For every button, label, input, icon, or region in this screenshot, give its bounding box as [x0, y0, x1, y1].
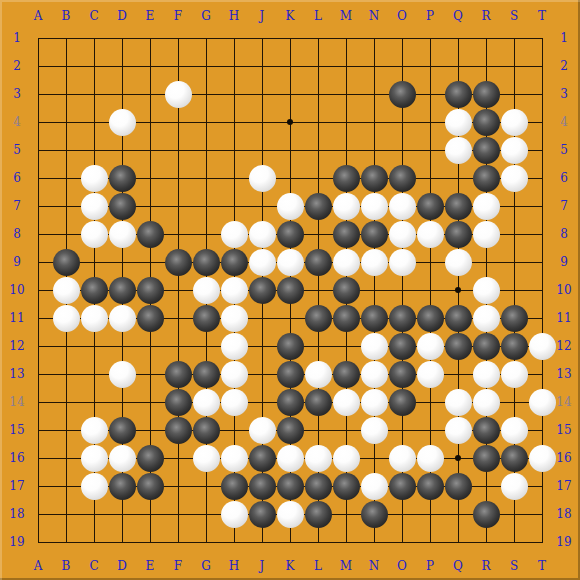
stone-S17[interactable]	[501, 473, 528, 500]
stone-P11[interactable]	[417, 305, 444, 332]
column-label-bottom-J: J	[250, 560, 274, 572]
column-label-bottom-N: N	[362, 560, 386, 572]
column-label-top-N: N	[362, 10, 386, 22]
stone-L9[interactable]	[305, 249, 332, 276]
stone-S6[interactable]	[501, 165, 528, 192]
stone-R3[interactable]	[473, 81, 500, 108]
column-label-top-M: M	[334, 10, 358, 22]
stone-N8[interactable]	[361, 221, 388, 248]
stone-C16[interactable]	[81, 445, 108, 472]
stone-Q8[interactable]	[445, 221, 472, 248]
row-label-left-7: 7	[5, 200, 29, 212]
stone-F14[interactable]	[165, 389, 192, 416]
stone-N7[interactable]	[361, 193, 388, 220]
stone-M10[interactable]	[333, 277, 360, 304]
stone-M11[interactable]	[333, 305, 360, 332]
stone-O11[interactable]	[389, 305, 416, 332]
stone-S15[interactable]	[501, 417, 528, 444]
column-label-top-F: F	[166, 10, 190, 22]
stone-O12[interactable]	[389, 333, 416, 360]
stone-C10[interactable]	[81, 277, 108, 304]
stone-O6[interactable]	[389, 165, 416, 192]
row-label-right-12: 12	[552, 340, 576, 352]
stone-G15[interactable]	[193, 417, 220, 444]
star-point	[287, 119, 293, 125]
stone-O13[interactable]	[389, 361, 416, 388]
row-label-left-19: 19	[5, 536, 29, 548]
stone-R13[interactable]	[473, 361, 500, 388]
stone-Q4[interactable]	[445, 109, 472, 136]
row-label-right-14: 14	[552, 396, 576, 408]
stone-M16[interactable]	[333, 445, 360, 472]
stone-N17[interactable]	[361, 473, 388, 500]
stone-G16[interactable]	[193, 445, 220, 472]
stone-N14[interactable]	[361, 389, 388, 416]
stone-R15[interactable]	[473, 417, 500, 444]
stone-O7[interactable]	[389, 193, 416, 220]
stone-K18[interactable]	[277, 501, 304, 528]
stone-O9[interactable]	[389, 249, 416, 276]
stone-Q12[interactable]	[445, 333, 472, 360]
stone-P17[interactable]	[417, 473, 444, 500]
row-label-right-17: 17	[552, 480, 576, 492]
stone-Q15[interactable]	[445, 417, 472, 444]
row-label-left-10: 10	[5, 284, 29, 296]
row-label-left-4: 4	[5, 116, 29, 128]
stone-T12[interactable]	[529, 333, 556, 360]
stone-B10[interactable]	[53, 277, 80, 304]
stone-R6[interactable]	[473, 165, 500, 192]
row-label-left-2: 2	[5, 60, 29, 72]
stone-H16[interactable]	[221, 445, 248, 472]
stone-P12[interactable]	[417, 333, 444, 360]
column-label-top-C: C	[82, 10, 106, 22]
stone-C11[interactable]	[81, 305, 108, 332]
stone-C17[interactable]	[81, 473, 108, 500]
stone-M9[interactable]	[333, 249, 360, 276]
row-label-right-1: 1	[552, 32, 576, 44]
stone-L11[interactable]	[305, 305, 332, 332]
column-label-bottom-D: D	[110, 560, 134, 572]
row-label-right-19: 19	[552, 536, 576, 548]
row-label-left-9: 9	[5, 256, 29, 268]
stone-K8[interactable]	[277, 221, 304, 248]
stone-R11[interactable]	[473, 305, 500, 332]
star-point	[455, 455, 461, 461]
column-label-bottom-T: T	[530, 560, 554, 572]
stone-H17[interactable]	[221, 473, 248, 500]
column-label-bottom-B: B	[54, 560, 78, 572]
stone-E11[interactable]	[137, 305, 164, 332]
stone-E10[interactable]	[137, 277, 164, 304]
stone-J9[interactable]	[249, 249, 276, 276]
stone-K10[interactable]	[277, 277, 304, 304]
row-label-left-12: 12	[5, 340, 29, 352]
stone-L7[interactable]	[305, 193, 332, 220]
row-label-left-1: 1	[5, 32, 29, 44]
stone-R5[interactable]	[473, 137, 500, 164]
stone-O8[interactable]	[389, 221, 416, 248]
row-label-right-9: 9	[552, 256, 576, 268]
stone-P8[interactable]	[417, 221, 444, 248]
stone-H18[interactable]	[221, 501, 248, 528]
stone-F3[interactable]	[165, 81, 192, 108]
stone-Q5[interactable]	[445, 137, 472, 164]
column-label-bottom-P: P	[418, 560, 442, 572]
stone-D4[interactable]	[109, 109, 136, 136]
stone-M14[interactable]	[333, 389, 360, 416]
stone-J15[interactable]	[249, 417, 276, 444]
row-label-left-5: 5	[5, 144, 29, 156]
stone-R7[interactable]	[473, 193, 500, 220]
stone-D11[interactable]	[109, 305, 136, 332]
stone-G13[interactable]	[193, 361, 220, 388]
stone-G9[interactable]	[193, 249, 220, 276]
column-label-bottom-G: G	[194, 560, 218, 572]
stone-L18[interactable]	[305, 501, 332, 528]
row-label-right-18: 18	[552, 508, 576, 520]
column-label-top-J: J	[250, 10, 274, 22]
row-label-left-3: 3	[5, 88, 29, 100]
stone-B11[interactable]	[53, 305, 80, 332]
stone-P16[interactable]	[417, 445, 444, 472]
row-label-right-15: 15	[552, 424, 576, 436]
stone-R8[interactable]	[473, 221, 500, 248]
row-label-left-14: 14	[5, 396, 29, 408]
column-label-bottom-M: M	[334, 560, 358, 572]
row-label-left-17: 17	[5, 480, 29, 492]
column-label-top-K: K	[278, 10, 302, 22]
stone-N13[interactable]	[361, 361, 388, 388]
row-label-right-10: 10	[552, 284, 576, 296]
column-label-top-R: R	[474, 10, 498, 22]
stone-S5[interactable]	[501, 137, 528, 164]
stone-Q9[interactable]	[445, 249, 472, 276]
stone-D7[interactable]	[109, 193, 136, 220]
column-label-top-O: O	[390, 10, 414, 22]
stone-E16[interactable]	[137, 445, 164, 472]
stone-J18[interactable]	[249, 501, 276, 528]
row-label-left-13: 13	[5, 368, 29, 380]
row-label-right-16: 16	[552, 452, 576, 464]
column-label-bottom-O: O	[390, 560, 414, 572]
column-label-bottom-L: L	[306, 560, 330, 572]
column-label-top-S: S	[502, 10, 526, 22]
stone-S4[interactable]	[501, 109, 528, 136]
column-label-bottom-Q: Q	[446, 560, 470, 572]
stone-K13[interactable]	[277, 361, 304, 388]
row-label-right-5: 5	[552, 144, 576, 156]
row-label-right-7: 7	[552, 200, 576, 212]
stone-K16[interactable]	[277, 445, 304, 472]
column-label-bottom-K: K	[278, 560, 302, 572]
stone-N12[interactable]	[361, 333, 388, 360]
column-label-top-H: H	[222, 10, 246, 22]
column-label-top-B: B	[54, 10, 78, 22]
stone-D16[interactable]	[109, 445, 136, 472]
row-label-left-18: 18	[5, 508, 29, 520]
stone-D17[interactable]	[109, 473, 136, 500]
column-label-bottom-F: F	[166, 560, 190, 572]
column-label-bottom-A: A	[26, 560, 50, 572]
stone-R16[interactable]	[473, 445, 500, 472]
stone-K7[interactable]	[277, 193, 304, 220]
stone-J10[interactable]	[249, 277, 276, 304]
stone-Q11[interactable]	[445, 305, 472, 332]
stone-L16[interactable]	[305, 445, 332, 472]
star-point	[455, 287, 461, 293]
stone-K9[interactable]	[277, 249, 304, 276]
stone-S16[interactable]	[501, 445, 528, 472]
stone-G11[interactable]	[193, 305, 220, 332]
stone-G10[interactable]	[193, 277, 220, 304]
stone-S13[interactable]	[501, 361, 528, 388]
stone-N6[interactable]	[361, 165, 388, 192]
row-label-right-3: 3	[552, 88, 576, 100]
grid-horizontal-line	[38, 542, 543, 543]
stone-M17[interactable]	[333, 473, 360, 500]
stone-F9[interactable]	[165, 249, 192, 276]
row-label-right-11: 11	[552, 312, 576, 324]
stone-K14[interactable]	[277, 389, 304, 416]
row-label-right-6: 6	[552, 172, 576, 184]
stone-K15[interactable]	[277, 417, 304, 444]
stone-P13[interactable]	[417, 361, 444, 388]
stone-R4[interactable]	[473, 109, 500, 136]
stone-M8[interactable]	[333, 221, 360, 248]
stone-L17[interactable]	[305, 473, 332, 500]
stone-J17[interactable]	[249, 473, 276, 500]
stone-D10[interactable]	[109, 277, 136, 304]
stone-C6[interactable]	[81, 165, 108, 192]
column-label-bottom-E: E	[138, 560, 162, 572]
stone-T14[interactable]	[529, 389, 556, 416]
column-label-top-E: E	[138, 10, 162, 22]
stone-C8[interactable]	[81, 221, 108, 248]
stone-M7[interactable]	[333, 193, 360, 220]
row-label-right-2: 2	[552, 60, 576, 72]
stone-J8[interactable]	[249, 221, 276, 248]
row-label-left-8: 8	[5, 228, 29, 240]
go-board: AABBCCDDEEFFGGHHJJKKLLMMNNOOPPQQRRSSTT11…	[0, 0, 580, 580]
stone-D15[interactable]	[109, 417, 136, 444]
stone-P7[interactable]	[417, 193, 444, 220]
column-label-top-T: T	[530, 10, 554, 22]
row-label-left-15: 15	[5, 424, 29, 436]
stone-D6[interactable]	[109, 165, 136, 192]
stone-M6[interactable]	[333, 165, 360, 192]
stone-S11[interactable]	[501, 305, 528, 332]
column-label-top-A: A	[26, 10, 50, 22]
row-label-left-6: 6	[5, 172, 29, 184]
column-label-top-D: D	[110, 10, 134, 22]
stone-Q7[interactable]	[445, 193, 472, 220]
stone-N18[interactable]	[361, 501, 388, 528]
stone-O16[interactable]	[389, 445, 416, 472]
stone-H11[interactable]	[221, 305, 248, 332]
stone-H10[interactable]	[221, 277, 248, 304]
stone-N9[interactable]	[361, 249, 388, 276]
stone-Q17[interactable]	[445, 473, 472, 500]
row-label-left-11: 11	[5, 312, 29, 324]
stone-E8[interactable]	[137, 221, 164, 248]
stone-J16[interactable]	[249, 445, 276, 472]
column-label-bottom-S: S	[502, 560, 526, 572]
stone-C15[interactable]	[81, 417, 108, 444]
stone-H12[interactable]	[221, 333, 248, 360]
row-label-right-4: 4	[552, 116, 576, 128]
stone-G14[interactable]	[193, 389, 220, 416]
stone-C7[interactable]	[81, 193, 108, 220]
column-label-top-L: L	[306, 10, 330, 22]
stone-N15[interactable]	[361, 417, 388, 444]
stone-D8[interactable]	[109, 221, 136, 248]
stone-H8[interactable]	[221, 221, 248, 248]
stone-S12[interactable]	[501, 333, 528, 360]
stone-J6[interactable]	[249, 165, 276, 192]
stone-H13[interactable]	[221, 361, 248, 388]
stone-Q3[interactable]	[445, 81, 472, 108]
stone-D13[interactable]	[109, 361, 136, 388]
stone-T16[interactable]	[529, 445, 556, 472]
stone-Q14[interactable]	[445, 389, 472, 416]
stone-F13[interactable]	[165, 361, 192, 388]
stone-R12[interactable]	[473, 333, 500, 360]
stone-R18[interactable]	[473, 501, 500, 528]
row-label-right-13: 13	[552, 368, 576, 380]
stone-L13[interactable]	[305, 361, 332, 388]
stone-R14[interactable]	[473, 389, 500, 416]
row-label-right-8: 8	[552, 228, 576, 240]
column-label-top-P: P	[418, 10, 442, 22]
stone-M13[interactable]	[333, 361, 360, 388]
stone-K17[interactable]	[277, 473, 304, 500]
column-label-bottom-H: H	[222, 560, 246, 572]
stone-K12[interactable]	[277, 333, 304, 360]
row-label-left-16: 16	[5, 452, 29, 464]
stone-O3[interactable]	[389, 81, 416, 108]
stone-B9[interactable]	[53, 249, 80, 276]
stone-O14[interactable]	[389, 389, 416, 416]
column-label-bottom-C: C	[82, 560, 106, 572]
stone-H9[interactable]	[221, 249, 248, 276]
stone-O17[interactable]	[389, 473, 416, 500]
column-label-top-G: G	[194, 10, 218, 22]
stone-E17[interactable]	[137, 473, 164, 500]
grid-vertical-line	[374, 38, 375, 543]
column-label-bottom-R: R	[474, 560, 498, 572]
stone-R10[interactable]	[473, 277, 500, 304]
stone-N11[interactable]	[361, 305, 388, 332]
stone-L14[interactable]	[305, 389, 332, 416]
stone-F15[interactable]	[165, 417, 192, 444]
column-label-top-Q: Q	[446, 10, 470, 22]
stone-H14[interactable]	[221, 389, 248, 416]
